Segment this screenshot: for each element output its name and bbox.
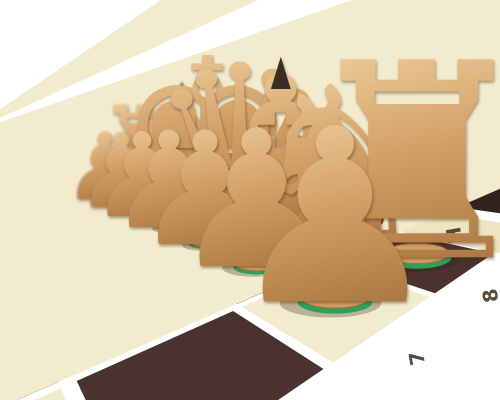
piece-base [300, 286, 370, 308]
rank-label-8: 8 [477, 287, 500, 305]
piece-base [115, 204, 128, 208]
chessboard: GH87 [0, 0, 500, 400]
piece-base [385, 243, 449, 263]
piece-base [227, 205, 251, 213]
piece-base [315, 227, 358, 241]
rank-label-7: 7 [404, 349, 430, 367]
piece-base [158, 224, 179, 231]
piece-base [198, 198, 217, 204]
piece-base [155, 187, 167, 191]
piece-base [100, 198, 110, 201]
piece-base [139, 183, 149, 186]
chess-set-product-photo: GH87 ♜♞♝♚♛♝♞♜♟♟♟♟♟♟♟ [0, 0, 500, 400]
piece-base [265, 214, 296, 224]
piece-base [235, 257, 278, 271]
piece-base [191, 238, 220, 247]
piece-base [134, 213, 150, 218]
piece-base [174, 192, 189, 197]
